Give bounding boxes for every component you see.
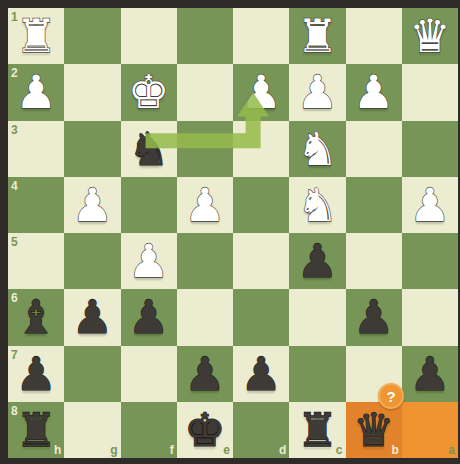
white-pawn[interactable]: ♟ [72, 182, 113, 228]
black-pawn[interactable]: ♟ [409, 351, 450, 397]
square-h6[interactable]: ♝6 [8, 289, 64, 345]
square-h1[interactable]: ♜1 [8, 8, 64, 64]
square-c5[interactable]: ♟ [289, 233, 345, 289]
square-d2[interactable]: ♟ [233, 64, 289, 120]
square-h5[interactable]: 5 [8, 233, 64, 289]
white-queen[interactable]: ♛ [409, 13, 450, 59]
square-c4[interactable]: ♞ [289, 177, 345, 233]
square-c3[interactable]: ♞ [289, 121, 345, 177]
black-bishop[interactable]: ♝ [16, 294, 57, 340]
black-pawn[interactable]: ♟ [241, 351, 282, 397]
square-b2[interactable]: ♟ [346, 64, 402, 120]
mistake-badge: ? [378, 383, 404, 409]
square-c1[interactable]: ♜ [289, 8, 345, 64]
square-a3[interactable] [402, 121, 458, 177]
square-f4[interactable] [121, 177, 177, 233]
black-king[interactable]: ♚ [184, 407, 225, 453]
square-g5[interactable] [64, 233, 120, 289]
square-g8[interactable]: g [64, 402, 120, 458]
black-pawn[interactable]: ♟ [72, 294, 113, 340]
square-d7[interactable]: ♟ [233, 346, 289, 402]
rank-label-2: 2 [11, 66, 18, 80]
rank-label-7: 7 [11, 348, 18, 362]
white-pawn[interactable]: ♟ [353, 69, 394, 115]
file-label-h: h [54, 443, 61, 457]
black-rook[interactable]: ♜ [297, 407, 338, 453]
square-b6[interactable]: ♟ [346, 289, 402, 345]
square-a7[interactable]: ♟ [402, 346, 458, 402]
rank-label-8: 8 [11, 404, 18, 418]
white-pawn[interactable]: ♟ [241, 69, 282, 115]
rank-label-6: 6 [11, 291, 18, 305]
rank-label-1: 1 [11, 10, 18, 24]
black-pawn[interactable]: ♟ [353, 294, 394, 340]
file-label-d: d [279, 443, 286, 457]
square-d4[interactable] [233, 177, 289, 233]
square-d6[interactable] [233, 289, 289, 345]
square-e4[interactable]: ♟ [177, 177, 233, 233]
file-label-e: e [223, 443, 230, 457]
rank-label-4: 4 [11, 179, 18, 193]
square-c7[interactable] [289, 346, 345, 402]
square-g1[interactable] [64, 8, 120, 64]
square-b3[interactable] [346, 121, 402, 177]
square-b5[interactable] [346, 233, 402, 289]
square-c6[interactable] [289, 289, 345, 345]
square-e2[interactable] [177, 64, 233, 120]
white-rook[interactable]: ♜ [297, 13, 338, 59]
square-b8[interactable]: ♛b [346, 402, 402, 458]
white-pawn[interactable]: ♟ [409, 182, 450, 228]
square-f7[interactable] [121, 346, 177, 402]
black-pawn[interactable]: ♟ [128, 294, 169, 340]
square-f5[interactable]: ♟ [121, 233, 177, 289]
white-knight[interactable]: ♞ [297, 182, 338, 228]
square-h7[interactable]: ♟7 [8, 346, 64, 402]
square-a4[interactable]: ♟ [402, 177, 458, 233]
square-e6[interactable] [177, 289, 233, 345]
square-e8[interactable]: ♚e [177, 402, 233, 458]
square-g2[interactable] [64, 64, 120, 120]
square-b4[interactable] [346, 177, 402, 233]
square-c8[interactable]: ♜c [289, 402, 345, 458]
black-pawn[interactable]: ♟ [297, 238, 338, 284]
white-knight[interactable]: ♞ [297, 126, 338, 172]
file-label-g: g [110, 443, 117, 457]
square-a1[interactable]: ♛ [402, 8, 458, 64]
square-a5[interactable] [402, 233, 458, 289]
white-rook[interactable]: ♜ [16, 13, 57, 59]
rank-label-3: 3 [11, 123, 18, 137]
square-f8[interactable]: f [121, 402, 177, 458]
black-rook[interactable]: ♜ [16, 407, 57, 453]
file-label-c: c [336, 443, 343, 457]
file-label-b: b [391, 443, 398, 457]
black-pawn[interactable]: ♟ [184, 351, 225, 397]
square-h2[interactable]: ♟2 [8, 64, 64, 120]
square-d5[interactable] [233, 233, 289, 289]
square-d3[interactable] [233, 121, 289, 177]
square-e1[interactable] [177, 8, 233, 64]
square-g3[interactable] [64, 121, 120, 177]
black-queen[interactable]: ♛ [353, 407, 394, 453]
square-e7[interactable]: ♟ [177, 346, 233, 402]
square-a8[interactable]: a [402, 402, 458, 458]
square-g4[interactable]: ♟ [64, 177, 120, 233]
black-pawn[interactable]: ♟ [16, 351, 57, 397]
square-b1[interactable] [346, 8, 402, 64]
white-pawn[interactable]: ♟ [16, 69, 57, 115]
white-king[interactable]: ♚ [128, 69, 169, 115]
square-a6[interactable] [402, 289, 458, 345]
square-e3[interactable] [177, 121, 233, 177]
square-c2[interactable]: ♟ [289, 64, 345, 120]
square-f3[interactable]: ♞ [121, 121, 177, 177]
square-d1[interactable] [233, 8, 289, 64]
square-f6[interactable]: ♟ [121, 289, 177, 345]
white-pawn[interactable]: ♟ [184, 182, 225, 228]
square-a2[interactable] [402, 64, 458, 120]
white-pawn[interactable]: ♟ [297, 69, 338, 115]
square-g7[interactable] [64, 346, 120, 402]
white-pawn[interactable]: ♟ [128, 238, 169, 284]
file-label-a: a [448, 443, 455, 457]
square-f2[interactable]: ♚ [121, 64, 177, 120]
square-g6[interactable]: ♟ [64, 289, 120, 345]
square-h3[interactable]: 3 [8, 121, 64, 177]
square-f1[interactable] [121, 8, 177, 64]
square-d8[interactable]: d [233, 402, 289, 458]
file-label-f: f [170, 443, 174, 457]
square-h4[interactable]: 4 [8, 177, 64, 233]
rank-label-5: 5 [11, 235, 18, 249]
square-e5[interactable] [177, 233, 233, 289]
black-knight[interactable]: ♞ [128, 126, 169, 172]
square-h8[interactable]: ♜8h [8, 402, 64, 458]
